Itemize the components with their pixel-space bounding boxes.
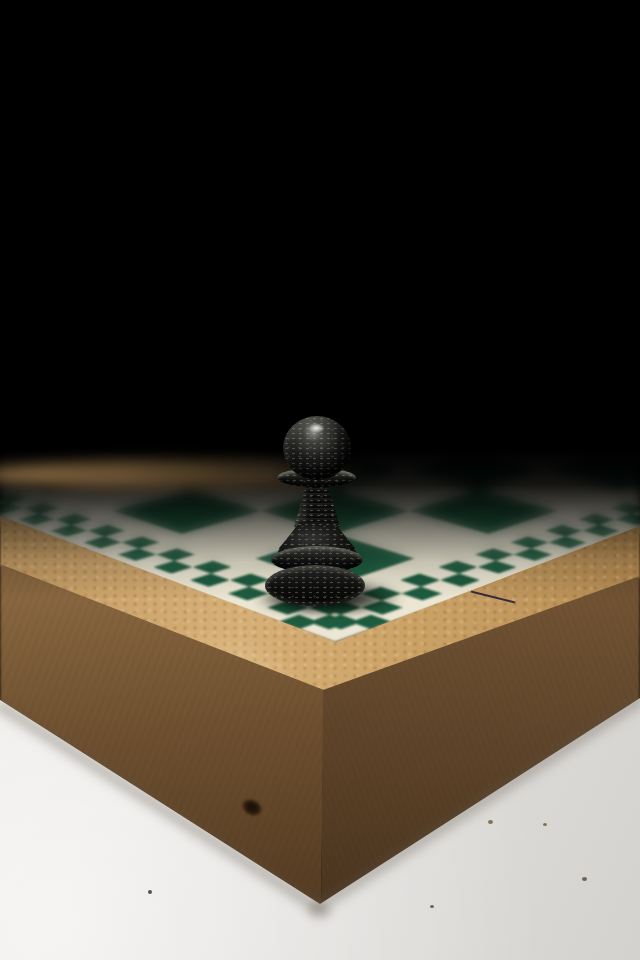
table-speck bbox=[543, 823, 547, 826]
pawn-base bbox=[265, 565, 365, 606]
table-speck bbox=[488, 820, 493, 824]
shadow-haze-right bbox=[455, 436, 640, 611]
table-speck bbox=[582, 877, 587, 881]
table-speck bbox=[430, 905, 434, 908]
pawn-highlight bbox=[308, 423, 325, 433]
table-speck bbox=[148, 890, 152, 894]
scene bbox=[0, 0, 640, 960]
